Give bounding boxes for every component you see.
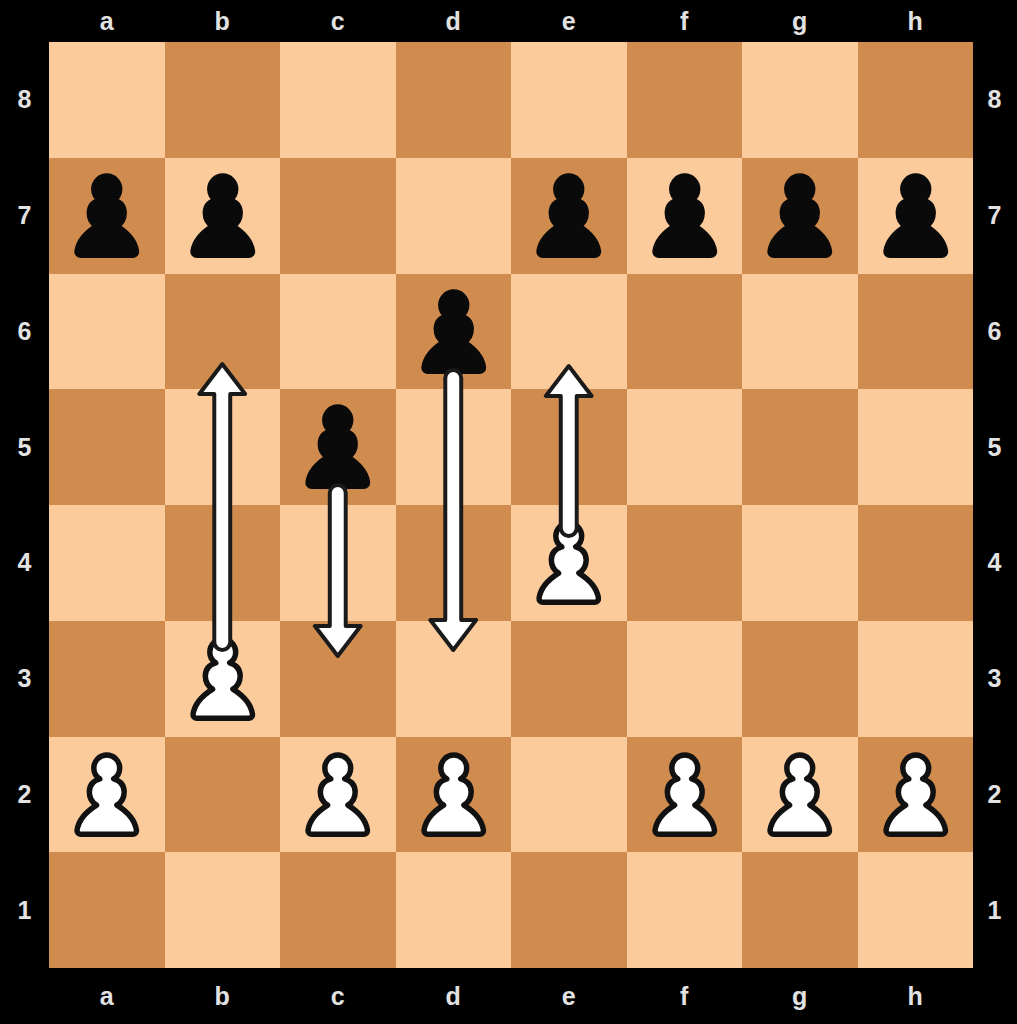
square-g5[interactable]: [742, 389, 858, 505]
square-e6[interactable]: [511, 274, 627, 390]
square-f5[interactable]: [627, 389, 743, 505]
square-e8[interactable]: [511, 42, 627, 158]
square-g2[interactable]: [742, 737, 858, 853]
square-e5[interactable]: [511, 389, 627, 505]
square-c2[interactable]: [280, 737, 396, 853]
square-e4[interactable]: [511, 505, 627, 621]
file-label-c: c: [280, 0, 396, 42]
square-e2[interactable]: [511, 737, 627, 853]
rank-label-5: 5: [972, 389, 1017, 505]
black-pawn-a7[interactable]: [49, 158, 165, 274]
file-labels-top: abcdefgh: [49, 0, 973, 42]
square-f4[interactable]: [627, 505, 743, 621]
square-d8[interactable]: [396, 42, 512, 158]
white-pawn-b3[interactable]: [165, 621, 281, 737]
file-label-a: a: [49, 968, 165, 1024]
white-pawn-h2[interactable]: [858, 737, 974, 853]
black-pawn-e7[interactable]: [511, 158, 627, 274]
file-label-d: d: [396, 0, 512, 42]
square-h8[interactable]: [858, 42, 974, 158]
square-b5[interactable]: [165, 389, 281, 505]
square-e3[interactable]: [511, 621, 627, 737]
square-d6[interactable]: [396, 274, 512, 390]
square-f7[interactable]: [627, 158, 743, 274]
file-label-b: b: [165, 968, 281, 1024]
white-pawn-d2[interactable]: [396, 737, 512, 853]
square-h6[interactable]: [858, 274, 974, 390]
square-f3[interactable]: [627, 621, 743, 737]
rank-label-5: 5: [0, 389, 49, 505]
file-label-h: h: [858, 0, 974, 42]
file-label-f: f: [627, 0, 743, 42]
square-f1[interactable]: [627, 852, 743, 968]
file-label-a: a: [49, 0, 165, 42]
square-c6[interactable]: [280, 274, 396, 390]
square-f2[interactable]: [627, 737, 743, 853]
black-pawn-d6[interactable]: [396, 274, 512, 390]
square-d4[interactable]: [396, 505, 512, 621]
square-e1[interactable]: [511, 852, 627, 968]
square-d3[interactable]: [396, 621, 512, 737]
square-d5[interactable]: [396, 389, 512, 505]
square-a7[interactable]: [49, 158, 165, 274]
square-c1[interactable]: [280, 852, 396, 968]
square-f8[interactable]: [627, 42, 743, 158]
square-b4[interactable]: [165, 505, 281, 621]
rank-label-8: 8: [972, 42, 1017, 158]
square-d7[interactable]: [396, 158, 512, 274]
rank-label-2: 2: [0, 737, 49, 853]
file-label-d: d: [396, 968, 512, 1024]
square-a5[interactable]: [49, 389, 165, 505]
square-a6[interactable]: [49, 274, 165, 390]
square-h2[interactable]: [858, 737, 974, 853]
black-pawn-f7[interactable]: [627, 158, 743, 274]
black-pawn-h7[interactable]: [858, 158, 974, 274]
square-c5[interactable]: [280, 389, 396, 505]
square-a1[interactable]: [49, 852, 165, 968]
file-label-c: c: [280, 968, 396, 1024]
square-b1[interactable]: [165, 852, 281, 968]
black-pawn-c5[interactable]: [280, 389, 396, 505]
white-pawn-g2[interactable]: [742, 737, 858, 853]
rank-label-6: 6: [0, 274, 49, 390]
square-a8[interactable]: [49, 42, 165, 158]
black-pawn-g7[interactable]: [742, 158, 858, 274]
white-pawn-f2[interactable]: [627, 737, 743, 853]
square-b7[interactable]: [165, 158, 281, 274]
rank-label-8: 8: [0, 42, 49, 158]
rank-labels-right: 87654321: [972, 42, 1017, 968]
rank-label-1: 1: [0, 852, 49, 968]
file-label-f: f: [627, 968, 743, 1024]
square-f6[interactable]: [627, 274, 743, 390]
chess-board: [49, 42, 973, 968]
file-label-e: e: [511, 0, 627, 42]
square-d2[interactable]: [396, 737, 512, 853]
chess-diagram: abcdefgh 87654321 87654321 abcdefgh: [0, 0, 1017, 1024]
rank-label-2: 2: [972, 737, 1017, 853]
square-b8[interactable]: [165, 42, 281, 158]
file-label-b: b: [165, 0, 281, 42]
rank-labels-left: 87654321: [0, 42, 49, 968]
square-c8[interactable]: [280, 42, 396, 158]
rank-label-3: 3: [0, 621, 49, 737]
square-h4[interactable]: [858, 505, 974, 621]
square-g4[interactable]: [742, 505, 858, 621]
square-c7[interactable]: [280, 158, 396, 274]
square-b2[interactable]: [165, 737, 281, 853]
rank-label-7: 7: [972, 158, 1017, 274]
square-b6[interactable]: [165, 274, 281, 390]
rank-label-4: 4: [0, 505, 49, 621]
rank-label-7: 7: [0, 158, 49, 274]
white-pawn-c2[interactable]: [280, 737, 396, 853]
square-a3[interactable]: [49, 621, 165, 737]
square-b3[interactable]: [165, 621, 281, 737]
square-g6[interactable]: [742, 274, 858, 390]
black-pawn-b7[interactable]: [165, 158, 281, 274]
square-d1[interactable]: [396, 852, 512, 968]
square-c3[interactable]: [280, 621, 396, 737]
square-g1[interactable]: [742, 852, 858, 968]
square-a2[interactable]: [49, 737, 165, 853]
square-c4[interactable]: [280, 505, 396, 621]
rank-label-6: 6: [972, 274, 1017, 390]
rank-label-4: 4: [972, 505, 1017, 621]
square-g8[interactable]: [742, 42, 858, 158]
white-pawn-e4[interactable]: [511, 505, 627, 621]
square-h1[interactable]: [858, 852, 974, 968]
square-h7[interactable]: [858, 158, 974, 274]
file-labels-bottom: abcdefgh: [49, 968, 973, 1024]
square-g3[interactable]: [742, 621, 858, 737]
file-label-g: g: [742, 0, 858, 42]
file-label-h: h: [858, 968, 974, 1024]
square-h5[interactable]: [858, 389, 974, 505]
square-g7[interactable]: [742, 158, 858, 274]
square-h3[interactable]: [858, 621, 974, 737]
file-label-g: g: [742, 968, 858, 1024]
rank-label-3: 3: [972, 621, 1017, 737]
file-label-e: e: [511, 968, 627, 1024]
square-a4[interactable]: [49, 505, 165, 621]
white-pawn-a2[interactable]: [49, 737, 165, 853]
rank-label-1: 1: [972, 852, 1017, 968]
square-e7[interactable]: [511, 158, 627, 274]
